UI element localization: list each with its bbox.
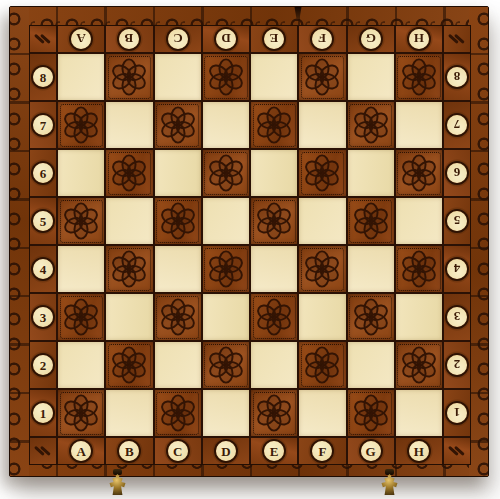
rank-label-right-6: 6 [444, 150, 470, 196]
square-c5 [155, 198, 201, 244]
square-e1 [251, 390, 297, 436]
rank-label-disc: 5 [33, 211, 53, 231]
flower-carving-icon [351, 105, 391, 145]
square-e8 [251, 54, 297, 100]
square-e5 [251, 198, 297, 244]
corner-ornament-top-right [444, 26, 470, 52]
rank-label-left-7: 7 [30, 102, 56, 148]
square-h7 [396, 102, 442, 148]
square-f1 [299, 390, 345, 436]
flower-carving-icon [399, 249, 439, 289]
square-b1 [106, 390, 152, 436]
square-a8 [58, 54, 104, 100]
square-g7 [348, 102, 394, 148]
flower-carving-icon [399, 153, 439, 193]
flower-carving-icon [158, 201, 198, 241]
square-g3 [348, 294, 394, 340]
square-d5 [203, 198, 249, 244]
brass-clasp-right-icon [381, 474, 398, 495]
rank-label-disc: 7 [33, 115, 53, 135]
square-b5 [106, 198, 152, 244]
square-d2 [203, 342, 249, 388]
rank-label-disc: 2 [447, 355, 467, 375]
square-g6 [348, 150, 394, 196]
square-f5 [299, 198, 345, 244]
rank-label-disc: 1 [447, 403, 467, 423]
flower-carving-icon [399, 345, 439, 385]
flower-carving-icon [206, 153, 246, 193]
rank-label-left-4: 4 [30, 246, 56, 292]
rank-label-disc: 6 [447, 163, 467, 183]
square-e4 [251, 246, 297, 292]
square-b3 [106, 294, 152, 340]
square-h8 [396, 54, 442, 100]
square-c7 [155, 102, 201, 148]
square-c1 [155, 390, 201, 436]
flower-carving-icon [61, 105, 101, 145]
rank-label-right-8: 8 [444, 54, 470, 100]
rank-label-right-1: 1 [444, 390, 470, 436]
flower-carving-icon [61, 297, 101, 337]
square-f8 [299, 54, 345, 100]
flower-carving-icon [109, 153, 149, 193]
square-d4 [203, 246, 249, 292]
file-label-disc: B [119, 441, 139, 461]
rank-label-disc: 8 [33, 67, 53, 87]
file-label-bottom-b: B [106, 438, 152, 464]
rank-label-disc: 4 [33, 259, 53, 279]
rank-label-left-5: 5 [30, 198, 56, 244]
flower-carving-icon [158, 105, 198, 145]
file-label-bottom-g: G [348, 438, 394, 464]
square-b2 [106, 342, 152, 388]
file-label-bottom-h: H [396, 438, 442, 464]
rank-label-right-4: 4 [444, 246, 470, 292]
flower-carving-icon [351, 201, 391, 241]
product-photo: ABCDEFGH8877665544332211ABCDEFGH [0, 0, 500, 499]
rank-label-disc: 7 [447, 115, 467, 135]
square-f6 [299, 150, 345, 196]
rank-label-disc: 3 [33, 307, 53, 327]
square-h4 [396, 246, 442, 292]
brass-latch-notch-icon [293, 7, 303, 19]
file-label-disc: D [216, 29, 236, 49]
square-a2 [58, 342, 104, 388]
square-e7 [251, 102, 297, 148]
flower-carving-icon [158, 393, 198, 433]
rank-label-disc: 4 [447, 259, 467, 279]
rank-label-right-5: 5 [444, 198, 470, 244]
square-b4 [106, 246, 152, 292]
file-label-disc: H [409, 441, 429, 461]
flower-carving-icon [351, 297, 391, 337]
corner-ornament-top-left [30, 26, 56, 52]
square-b7 [106, 102, 152, 148]
square-h2 [396, 342, 442, 388]
flower-carving-icon [206, 249, 246, 289]
rank-label-disc: 8 [447, 67, 467, 87]
square-a3 [58, 294, 104, 340]
rank-label-left-6: 6 [30, 150, 56, 196]
file-label-top-f: F [299, 26, 345, 52]
flower-carving-icon [109, 57, 149, 97]
file-label-disc: B [119, 29, 139, 49]
flower-carving-icon [302, 345, 342, 385]
flower-carving-icon [158, 297, 198, 337]
flower-carving-icon [302, 153, 342, 193]
flower-carving-icon [109, 345, 149, 385]
rank-label-right-3: 3 [444, 294, 470, 340]
rank-label-disc: 2 [33, 355, 53, 375]
rank-label-left-2: 2 [30, 342, 56, 388]
flower-carving-icon [109, 249, 149, 289]
flower-carving-icon [254, 393, 294, 433]
corner-ornament-bottom-right [444, 438, 470, 464]
square-e3 [251, 294, 297, 340]
square-d8 [203, 54, 249, 100]
square-c4 [155, 246, 201, 292]
square-d7 [203, 102, 249, 148]
flower-carving-icon [302, 57, 342, 97]
rank-label-disc: 3 [447, 307, 467, 327]
corner-ornament-bottom-left [30, 438, 56, 464]
carved-frame-top [10, 7, 488, 25]
flower-carving-icon [254, 105, 294, 145]
file-label-bottom-f: F [299, 438, 345, 464]
square-c6 [155, 150, 201, 196]
square-g2 [348, 342, 394, 388]
square-g8 [348, 54, 394, 100]
file-label-bottom-c: C [155, 438, 201, 464]
square-a1 [58, 390, 104, 436]
square-h5 [396, 198, 442, 244]
file-label-top-b: B [106, 26, 152, 52]
flower-carving-icon [399, 57, 439, 97]
square-h6 [396, 150, 442, 196]
board-grid: ABCDEFGH8877665544332211ABCDEFGH [29, 25, 471, 465]
rank-label-disc: 5 [447, 211, 467, 231]
flower-carving-icon [61, 201, 101, 241]
rank-label-left-3: 3 [30, 294, 56, 340]
square-h1 [396, 390, 442, 436]
carved-frame-right [469, 7, 488, 476]
flower-carving-icon [61, 393, 101, 433]
chess-board: ABCDEFGH8877665544332211ABCDEFGH [9, 6, 489, 477]
square-g5 [348, 198, 394, 244]
square-c2 [155, 342, 201, 388]
square-f2 [299, 342, 345, 388]
file-label-disc: H [409, 29, 429, 49]
square-b6 [106, 150, 152, 196]
rank-label-disc: 1 [33, 403, 53, 423]
square-a7 [58, 102, 104, 148]
square-e6 [251, 150, 297, 196]
square-f7 [299, 102, 345, 148]
file-label-disc: E [264, 29, 284, 49]
square-d3 [203, 294, 249, 340]
square-f4 [299, 246, 345, 292]
file-label-disc: C [168, 29, 188, 49]
brass-clasp-left-icon [109, 474, 126, 495]
square-d1 [203, 390, 249, 436]
file-label-bottom-a: A [58, 438, 104, 464]
square-d6 [203, 150, 249, 196]
rank-label-left-8: 8 [30, 54, 56, 100]
rank-label-left-1: 1 [30, 390, 56, 436]
square-f3 [299, 294, 345, 340]
rank-label-right-7: 7 [444, 102, 470, 148]
file-label-top-d: D [203, 26, 249, 52]
square-a5 [58, 198, 104, 244]
square-c3 [155, 294, 201, 340]
file-label-disc: G [361, 29, 381, 49]
rank-label-disc: 6 [33, 163, 53, 183]
flower-carving-icon [254, 297, 294, 337]
square-a6 [58, 150, 104, 196]
square-a4 [58, 246, 104, 292]
flower-carving-icon [254, 201, 294, 241]
file-label-top-a: A [58, 26, 104, 52]
file-label-top-h: H [396, 26, 442, 52]
square-g1 [348, 390, 394, 436]
file-label-disc: E [264, 441, 284, 461]
file-label-top-c: C [155, 26, 201, 52]
flower-carving-icon [351, 393, 391, 433]
file-label-disc: C [168, 441, 188, 461]
file-label-disc: A [71, 29, 91, 49]
square-g4 [348, 246, 394, 292]
square-h3 [396, 294, 442, 340]
flower-carving-icon [206, 57, 246, 97]
rank-label-right-2: 2 [444, 342, 470, 388]
file-label-disc: F [312, 29, 332, 49]
file-label-disc: A [71, 441, 91, 461]
file-label-top-g: G [348, 26, 394, 52]
square-b8 [106, 54, 152, 100]
flower-carving-icon [206, 345, 246, 385]
square-e2 [251, 342, 297, 388]
square-c8 [155, 54, 201, 100]
file-label-disc: G [361, 441, 381, 461]
flower-carving-icon [302, 249, 342, 289]
file-label-disc: F [312, 441, 332, 461]
file-label-bottom-d: D [203, 438, 249, 464]
file-label-disc: D [216, 441, 236, 461]
carved-frame-left [10, 7, 29, 476]
file-label-bottom-e: E [251, 438, 297, 464]
file-label-top-e: E [251, 26, 297, 52]
